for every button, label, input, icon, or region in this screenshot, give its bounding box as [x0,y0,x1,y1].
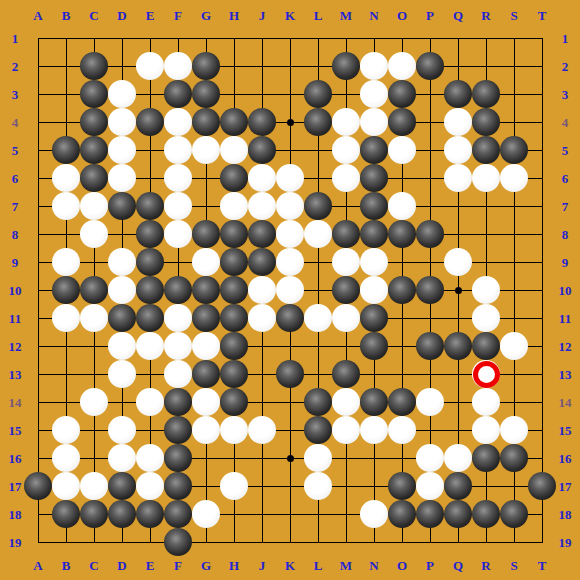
go-board[interactable] [24,24,556,556]
cell-L9[interactable] [304,248,332,276]
cell-N4[interactable] [360,108,388,136]
cell-O13[interactable] [388,360,416,388]
cell-H18[interactable] [220,500,248,528]
cell-D8[interactable] [108,220,136,248]
cell-S14[interactable] [500,388,528,416]
cell-M10[interactable] [332,276,360,304]
cell-B5[interactable] [52,136,80,164]
cell-P9[interactable] [416,248,444,276]
cell-A19[interactable] [24,528,52,556]
cell-K4[interactable] [276,108,304,136]
cell-E9[interactable] [136,248,164,276]
cell-E12[interactable] [136,332,164,360]
cell-S6[interactable] [500,164,528,192]
cell-L18[interactable] [304,500,332,528]
cell-S13[interactable] [500,360,528,388]
cell-M1[interactable] [332,24,360,52]
cell-T1[interactable] [528,24,556,52]
cell-K3[interactable] [276,80,304,108]
cell-P12[interactable] [416,332,444,360]
cell-R16[interactable] [472,444,500,472]
cell-S11[interactable] [500,304,528,332]
cell-C7[interactable] [80,192,108,220]
cell-J5[interactable] [248,136,276,164]
cell-E3[interactable] [136,80,164,108]
cell-S9[interactable] [500,248,528,276]
cell-Q9[interactable] [444,248,472,276]
cell-C11[interactable] [80,304,108,332]
cell-N11[interactable] [360,304,388,332]
cell-C16[interactable] [80,444,108,472]
cell-N7[interactable] [360,192,388,220]
cell-F17[interactable] [164,472,192,500]
cell-F5[interactable] [164,136,192,164]
cell-R18[interactable] [472,500,500,528]
cell-G7[interactable] [192,192,220,220]
cell-M8[interactable] [332,220,360,248]
cell-F14[interactable] [164,388,192,416]
cell-E7[interactable] [136,192,164,220]
cell-O17[interactable] [388,472,416,500]
cell-P6[interactable] [416,164,444,192]
cell-P10[interactable] [416,276,444,304]
cell-T3[interactable] [528,80,556,108]
cell-Q14[interactable] [444,388,472,416]
cell-D18[interactable] [108,500,136,528]
cell-B8[interactable] [52,220,80,248]
cell-R1[interactable] [472,24,500,52]
cell-O18[interactable] [388,500,416,528]
cell-N14[interactable] [360,388,388,416]
cell-O19[interactable] [388,528,416,556]
cell-C2[interactable] [80,52,108,80]
cell-J9[interactable] [248,248,276,276]
cell-S3[interactable] [500,80,528,108]
cell-L7[interactable] [304,192,332,220]
cell-H15[interactable] [220,416,248,444]
cell-S10[interactable] [500,276,528,304]
cell-H3[interactable] [220,80,248,108]
cell-K6[interactable] [276,164,304,192]
cell-R11[interactable] [472,304,500,332]
cell-E4[interactable] [136,108,164,136]
cell-R12[interactable] [472,332,500,360]
cell-L3[interactable] [304,80,332,108]
cell-G8[interactable] [192,220,220,248]
cell-D4[interactable] [108,108,136,136]
cell-E18[interactable] [136,500,164,528]
cell-T13[interactable] [528,360,556,388]
cell-F15[interactable] [164,416,192,444]
cell-Q8[interactable] [444,220,472,248]
cell-E15[interactable] [136,416,164,444]
cell-K2[interactable] [276,52,304,80]
cell-F6[interactable] [164,164,192,192]
cell-O2[interactable] [388,52,416,80]
cell-T14[interactable] [528,388,556,416]
cell-M4[interactable] [332,108,360,136]
cell-B16[interactable] [52,444,80,472]
cell-K10[interactable] [276,276,304,304]
cell-D9[interactable] [108,248,136,276]
cell-H19[interactable] [220,528,248,556]
cell-O12[interactable] [388,332,416,360]
cell-F18[interactable] [164,500,192,528]
cell-T15[interactable] [528,416,556,444]
cell-O11[interactable] [388,304,416,332]
cell-D1[interactable] [108,24,136,52]
cell-N5[interactable] [360,136,388,164]
cell-B3[interactable] [52,80,80,108]
cell-L12[interactable] [304,332,332,360]
cell-G9[interactable] [192,248,220,276]
cell-F2[interactable] [164,52,192,80]
cell-Q15[interactable] [444,416,472,444]
cell-J2[interactable] [248,52,276,80]
cell-G11[interactable] [192,304,220,332]
cell-R10[interactable] [472,276,500,304]
cell-F10[interactable] [164,276,192,304]
cell-T19[interactable] [528,528,556,556]
cell-S17[interactable] [500,472,528,500]
cell-K19[interactable] [276,528,304,556]
cell-B1[interactable] [52,24,80,52]
cell-M7[interactable] [332,192,360,220]
cell-S1[interactable] [500,24,528,52]
cell-T8[interactable] [528,220,556,248]
cell-J8[interactable] [248,220,276,248]
cell-M15[interactable] [332,416,360,444]
cell-B12[interactable] [52,332,80,360]
cell-R7[interactable] [472,192,500,220]
cell-J11[interactable] [248,304,276,332]
cell-M6[interactable] [332,164,360,192]
cell-O10[interactable] [388,276,416,304]
cell-Q13[interactable] [444,360,472,388]
cell-C18[interactable] [80,500,108,528]
cell-A13[interactable] [24,360,52,388]
cell-N19[interactable] [360,528,388,556]
cell-M13[interactable] [332,360,360,388]
cell-T12[interactable] [528,332,556,360]
cell-P17[interactable] [416,472,444,500]
cell-P7[interactable] [416,192,444,220]
cell-J14[interactable] [248,388,276,416]
cell-G1[interactable] [192,24,220,52]
cell-R13[interactable] [472,360,500,388]
cell-M3[interactable] [332,80,360,108]
cell-N15[interactable] [360,416,388,444]
cell-F3[interactable] [164,80,192,108]
cell-Q1[interactable] [444,24,472,52]
cell-A5[interactable] [24,136,52,164]
cell-R8[interactable] [472,220,500,248]
cell-C5[interactable] [80,136,108,164]
cell-Q19[interactable] [444,528,472,556]
cell-O7[interactable] [388,192,416,220]
cell-E17[interactable] [136,472,164,500]
cell-R2[interactable] [472,52,500,80]
cell-S12[interactable] [500,332,528,360]
cell-D10[interactable] [108,276,136,304]
cell-O16[interactable] [388,444,416,472]
cell-C12[interactable] [80,332,108,360]
cell-O5[interactable] [388,136,416,164]
cell-J16[interactable] [248,444,276,472]
cell-R6[interactable] [472,164,500,192]
cell-L11[interactable] [304,304,332,332]
cell-H11[interactable] [220,304,248,332]
cell-B2[interactable] [52,52,80,80]
cell-P1[interactable] [416,24,444,52]
cell-O8[interactable] [388,220,416,248]
cell-N16[interactable] [360,444,388,472]
cell-D16[interactable] [108,444,136,472]
cell-R9[interactable] [472,248,500,276]
cell-A11[interactable] [24,304,52,332]
cell-L15[interactable] [304,416,332,444]
cell-K9[interactable] [276,248,304,276]
cell-N10[interactable] [360,276,388,304]
cell-G15[interactable] [192,416,220,444]
cell-S8[interactable] [500,220,528,248]
cell-R4[interactable] [472,108,500,136]
cell-K14[interactable] [276,388,304,416]
cell-O1[interactable] [388,24,416,52]
cell-H8[interactable] [220,220,248,248]
cell-E6[interactable] [136,164,164,192]
cell-N3[interactable] [360,80,388,108]
cell-M18[interactable] [332,500,360,528]
cell-G14[interactable] [192,388,220,416]
cell-H17[interactable] [220,472,248,500]
cell-A7[interactable] [24,192,52,220]
cell-B4[interactable] [52,108,80,136]
cell-D11[interactable] [108,304,136,332]
cell-K11[interactable] [276,304,304,332]
cell-G3[interactable] [192,80,220,108]
cell-K5[interactable] [276,136,304,164]
cell-P19[interactable] [416,528,444,556]
cell-P18[interactable] [416,500,444,528]
cell-C17[interactable] [80,472,108,500]
cell-E16[interactable] [136,444,164,472]
cell-N18[interactable] [360,500,388,528]
cell-Q5[interactable] [444,136,472,164]
cell-Q10[interactable] [444,276,472,304]
cell-R17[interactable] [472,472,500,500]
cell-A9[interactable] [24,248,52,276]
cell-P3[interactable] [416,80,444,108]
cell-J6[interactable] [248,164,276,192]
cell-E5[interactable] [136,136,164,164]
cell-S19[interactable] [500,528,528,556]
cell-Q3[interactable] [444,80,472,108]
cell-J12[interactable] [248,332,276,360]
cell-P4[interactable] [416,108,444,136]
cell-T9[interactable] [528,248,556,276]
cell-H13[interactable] [220,360,248,388]
cell-R3[interactable] [472,80,500,108]
cell-G13[interactable] [192,360,220,388]
cell-C14[interactable] [80,388,108,416]
cell-H14[interactable] [220,388,248,416]
cell-O15[interactable] [388,416,416,444]
cell-L2[interactable] [304,52,332,80]
cell-L17[interactable] [304,472,332,500]
cell-E2[interactable] [136,52,164,80]
cell-M14[interactable] [332,388,360,416]
cell-Q2[interactable] [444,52,472,80]
cell-B6[interactable] [52,164,80,192]
cell-T2[interactable] [528,52,556,80]
cell-J19[interactable] [248,528,276,556]
cell-D19[interactable] [108,528,136,556]
cell-O14[interactable] [388,388,416,416]
cell-R19[interactable] [472,528,500,556]
cell-H10[interactable] [220,276,248,304]
cell-E13[interactable] [136,360,164,388]
cell-L16[interactable] [304,444,332,472]
cell-N2[interactable] [360,52,388,80]
cell-Q12[interactable] [444,332,472,360]
cell-N17[interactable] [360,472,388,500]
cell-K12[interactable] [276,332,304,360]
cell-L1[interactable] [304,24,332,52]
cell-P15[interactable] [416,416,444,444]
cell-S16[interactable] [500,444,528,472]
cell-S18[interactable] [500,500,528,528]
cell-H12[interactable] [220,332,248,360]
cell-R14[interactable] [472,388,500,416]
cell-P2[interactable] [416,52,444,80]
cell-T4[interactable] [528,108,556,136]
cell-J18[interactable] [248,500,276,528]
cell-Q16[interactable] [444,444,472,472]
cell-A15[interactable] [24,416,52,444]
cell-B9[interactable] [52,248,80,276]
cell-F11[interactable] [164,304,192,332]
cell-B14[interactable] [52,388,80,416]
cell-H5[interactable] [220,136,248,164]
cell-M12[interactable] [332,332,360,360]
cell-M17[interactable] [332,472,360,500]
cell-L8[interactable] [304,220,332,248]
cell-B17[interactable] [52,472,80,500]
cell-O3[interactable] [388,80,416,108]
cell-G2[interactable] [192,52,220,80]
cell-B10[interactable] [52,276,80,304]
cell-G16[interactable] [192,444,220,472]
cell-G17[interactable] [192,472,220,500]
cell-T6[interactable] [528,164,556,192]
cell-S5[interactable] [500,136,528,164]
cell-E14[interactable] [136,388,164,416]
cell-J4[interactable] [248,108,276,136]
cell-F16[interactable] [164,444,192,472]
cell-R5[interactable] [472,136,500,164]
cell-C6[interactable] [80,164,108,192]
cell-D5[interactable] [108,136,136,164]
cell-B18[interactable] [52,500,80,528]
cell-M11[interactable] [332,304,360,332]
cell-E8[interactable] [136,220,164,248]
cell-F7[interactable] [164,192,192,220]
cell-Q18[interactable] [444,500,472,528]
cell-C1[interactable] [80,24,108,52]
cell-F4[interactable] [164,108,192,136]
cell-T16[interactable] [528,444,556,472]
cell-J17[interactable] [248,472,276,500]
cell-C4[interactable] [80,108,108,136]
cell-H2[interactable] [220,52,248,80]
cell-D15[interactable] [108,416,136,444]
cell-G12[interactable] [192,332,220,360]
cell-K15[interactable] [276,416,304,444]
cell-M16[interactable] [332,444,360,472]
cell-G5[interactable] [192,136,220,164]
cell-M9[interactable] [332,248,360,276]
cell-T11[interactable] [528,304,556,332]
cell-E19[interactable] [136,528,164,556]
cell-P11[interactable] [416,304,444,332]
cell-C9[interactable] [80,248,108,276]
cell-D17[interactable] [108,472,136,500]
cell-N13[interactable] [360,360,388,388]
cell-R15[interactable] [472,416,500,444]
cell-A8[interactable] [24,220,52,248]
cell-J3[interactable] [248,80,276,108]
cell-F1[interactable] [164,24,192,52]
cell-F13[interactable] [164,360,192,388]
cell-B15[interactable] [52,416,80,444]
cell-H1[interactable] [220,24,248,52]
cell-N12[interactable] [360,332,388,360]
cell-T10[interactable] [528,276,556,304]
cell-F19[interactable] [164,528,192,556]
cell-H16[interactable] [220,444,248,472]
cell-L5[interactable] [304,136,332,164]
cell-D3[interactable] [108,80,136,108]
cell-T5[interactable] [528,136,556,164]
cell-O9[interactable] [388,248,416,276]
cell-H7[interactable] [220,192,248,220]
cell-A6[interactable] [24,164,52,192]
cell-P8[interactable] [416,220,444,248]
cell-L19[interactable] [304,528,332,556]
cell-K18[interactable] [276,500,304,528]
cell-G19[interactable] [192,528,220,556]
cell-P5[interactable] [416,136,444,164]
cell-L13[interactable] [304,360,332,388]
cell-T17[interactable] [528,472,556,500]
cell-F8[interactable] [164,220,192,248]
cell-K8[interactable] [276,220,304,248]
cell-O4[interactable] [388,108,416,136]
cell-C8[interactable] [80,220,108,248]
cell-J1[interactable] [248,24,276,52]
cell-A4[interactable] [24,108,52,136]
cell-Q7[interactable] [444,192,472,220]
cell-G4[interactable] [192,108,220,136]
cell-G10[interactable] [192,276,220,304]
cell-Q4[interactable] [444,108,472,136]
cell-P14[interactable] [416,388,444,416]
cell-Q6[interactable] [444,164,472,192]
cell-L6[interactable] [304,164,332,192]
cell-Q11[interactable] [444,304,472,332]
cell-A10[interactable] [24,276,52,304]
